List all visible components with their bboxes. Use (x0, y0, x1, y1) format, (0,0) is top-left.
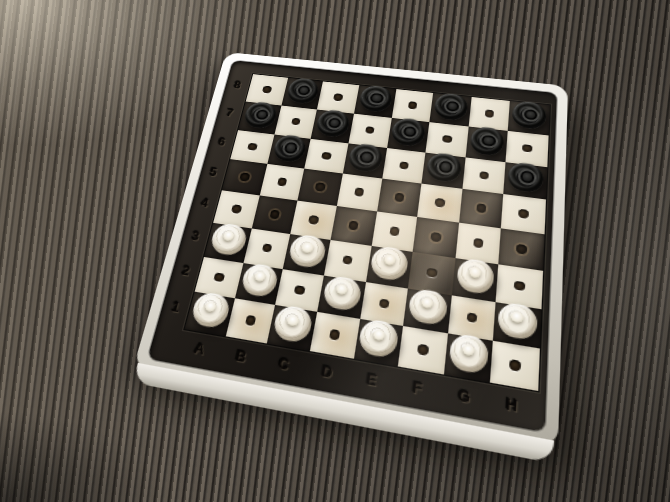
black-piece-f8[interactable]: ● (433, 92, 468, 121)
square-d8[interactable]: ● (354, 85, 396, 117)
square-c6[interactable] (304, 138, 348, 173)
square-b8[interactable]: ● (281, 78, 323, 110)
peg-hole-h5 (519, 209, 529, 219)
peg-hole-f3 (426, 268, 437, 278)
white-piece-b2[interactable]: ● (239, 262, 280, 299)
peg-hole-c4 (308, 215, 319, 224)
square-d7[interactable] (348, 113, 391, 147)
square-g8[interactable] (468, 97, 510, 131)
file-label-g: G (439, 377, 489, 418)
square-f1[interactable] (398, 326, 448, 374)
square-d4[interactable] (330, 206, 376, 246)
square-h7[interactable] (506, 131, 549, 167)
peg-hole-c5 (315, 183, 325, 192)
white-piece-a3[interactable]: ● (209, 222, 249, 257)
black-piece-b6[interactable]: ● (271, 133, 308, 163)
peg-hole-h1 (510, 360, 521, 372)
peg-hole-g8 (485, 110, 495, 118)
square-g7[interactable]: ● (465, 126, 508, 162)
peg-hole-e8 (408, 101, 418, 109)
peg-hole-d7 (365, 126, 375, 134)
square-h8[interactable]: ● (508, 101, 550, 135)
black-piece-e7[interactable]: ● (390, 117, 426, 147)
peg-hole-b5 (277, 178, 287, 187)
square-c5[interactable] (298, 169, 343, 206)
peg-hole-g4 (473, 238, 484, 248)
peg-hole-c6 (321, 152, 331, 160)
peg-hole-d1 (329, 329, 341, 340)
peg-hole-h7 (522, 144, 532, 153)
peg-hole-e2 (378, 298, 389, 309)
board-case: 87654321 ABCDEFGH ●●●●●●●●●●●●●●●●●●●●●●… (133, 52, 568, 448)
file-label-f: F (392, 369, 442, 409)
file-label-h: H (487, 385, 537, 427)
square-d1[interactable] (310, 312, 360, 359)
peg-hole-b1 (245, 315, 257, 326)
peg-hole-e4 (389, 226, 400, 236)
white-piece-c1[interactable]: ● (272, 304, 314, 344)
square-f8[interactable]: ● (430, 93, 472, 126)
peg-hole-b7 (291, 118, 301, 126)
square-c4[interactable] (291, 201, 337, 240)
peg-hole-a5 (239, 173, 249, 182)
peg-hole-c2 (294, 285, 305, 295)
square-e5[interactable] (377, 179, 422, 217)
peg-hole-h3 (514, 281, 525, 292)
fabric-background: 87654321 ABCDEFGH ●●●●●●●●●●●●●●●●●●●●●●… (0, 0, 670, 502)
square-h1[interactable] (490, 341, 540, 391)
black-piece-a7[interactable]: ● (242, 101, 278, 130)
square-e8[interactable] (391, 89, 433, 122)
white-piece-d2[interactable]: ● (321, 274, 362, 313)
file-label-d: D (302, 353, 351, 392)
peg-hole-g5 (476, 204, 486, 213)
square-d5[interactable] (337, 174, 382, 212)
square-c1[interactable]: ● (267, 305, 317, 351)
file-label-c: C (259, 346, 308, 384)
black-piece-c7[interactable]: ● (315, 109, 351, 138)
peg-hole-a4 (231, 204, 242, 213)
square-d6[interactable]: ● (343, 143, 387, 179)
white-piece-e1[interactable]: ● (358, 318, 400, 359)
white-piece-f2[interactable]: ● (407, 287, 448, 327)
black-piece-f6[interactable]: ● (425, 151, 462, 183)
peg-hole-g6 (479, 171, 489, 180)
peg-hole-c8 (333, 93, 343, 101)
peg-hole-e5 (394, 193, 404, 202)
square-c7[interactable]: ● (311, 109, 354, 143)
square-e4[interactable] (371, 211, 417, 251)
square-h5[interactable] (501, 194, 546, 234)
peg-hole-a2 (213, 272, 224, 282)
white-piece-c3[interactable]: ● (288, 233, 328, 269)
square-e6[interactable] (382, 148, 426, 184)
square-f7[interactable] (426, 122, 469, 157)
black-piece-d6[interactable]: ● (347, 142, 384, 173)
white-piece-g1[interactable]: ● (448, 333, 490, 376)
peg-hole-f4 (431, 232, 442, 242)
white-piece-a1[interactable]: ● (189, 291, 231, 330)
peg-hole-h4 (517, 244, 528, 254)
square-c8[interactable] (317, 81, 359, 113)
peg-hole-d4 (348, 221, 359, 231)
peg-hole-e6 (399, 161, 409, 170)
black-piece-g7[interactable]: ● (469, 125, 505, 156)
square-g1[interactable]: ● (444, 334, 494, 383)
white-piece-g3[interactable]: ● (456, 257, 496, 295)
peg-hole-g2 (466, 312, 477, 323)
black-piece-h6[interactable]: ● (507, 161, 544, 194)
peg-hole-d5 (354, 188, 364, 197)
peg-hole-b4 (269, 210, 280, 219)
peg-hole-f7 (442, 135, 452, 143)
file-label-e: E (347, 361, 397, 400)
white-piece-e3[interactable]: ● (370, 245, 410, 282)
black-piece-b8[interactable]: ● (285, 77, 320, 105)
square-b7[interactable] (274, 105, 317, 138)
square-b6[interactable]: ● (267, 134, 311, 169)
square-e7[interactable]: ● (387, 118, 430, 153)
peg-hole-f5 (435, 198, 445, 207)
peg-hole-a8 (262, 86, 272, 94)
peg-hole-d3 (342, 255, 353, 265)
white-piece-h2[interactable]: ● (497, 301, 538, 342)
peg-hole-b3 (262, 243, 273, 253)
peg-hole-a6 (247, 142, 257, 150)
square-g5[interactable] (459, 189, 504, 228)
file-label-b: B (217, 338, 266, 375)
square-e1[interactable]: ● (353, 319, 403, 366)
black-piece-d8[interactable]: ● (358, 84, 393, 112)
black-piece-h8[interactable]: ● (512, 100, 547, 130)
square-h6[interactable]: ● (504, 162, 548, 200)
file-label-a: A (175, 331, 224, 368)
square-g6[interactable] (462, 157, 506, 194)
square-f5[interactable] (417, 184, 462, 223)
square-f6[interactable]: ● (422, 152, 466, 189)
peg-hole-f1 (417, 344, 428, 356)
